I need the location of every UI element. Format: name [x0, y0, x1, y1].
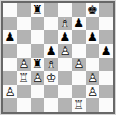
- square-h4[interactable]: [99, 58, 113, 72]
- piece-glyph-outline: ♙: [31, 71, 45, 85]
- square-h6[interactable]: [99, 30, 113, 44]
- piece-bP-a6[interactable]: ♟: [3, 30, 17, 44]
- square-g4[interactable]: [86, 58, 100, 72]
- square-b6[interactable]: [17, 30, 31, 44]
- piece-wR-b3[interactable]: ♜♖: [17, 71, 31, 85]
- square-f4[interactable]: ♟♙: [72, 58, 86, 72]
- square-a8[interactable]: [3, 3, 17, 17]
- piece-wP-c3[interactable]: ♟♙: [31, 71, 45, 85]
- square-b3[interactable]: ♜♖: [17, 71, 31, 85]
- square-d3[interactable]: ♚♔: [44, 71, 58, 85]
- piece-wP-f4[interactable]: ♟♙: [72, 58, 86, 72]
- piece-glyph-solid: ♜: [31, 3, 45, 17]
- square-d5[interactable]: ♟: [44, 44, 58, 58]
- square-c6[interactable]: [31, 30, 45, 44]
- chess-diagram: ♜♚♝♗♟♟♟♟♟♟♙♟♟♙♜♝♗♟♙♜♖♟♙♚♔♟♙♟♙♟♙♜♖: [0, 0, 116, 115]
- square-a2[interactable]: ♟♙: [3, 85, 17, 99]
- piece-glyph-outline: ♙: [17, 58, 31, 72]
- square-g2[interactable]: ♟♙: [86, 85, 100, 99]
- piece-glyph-solid: ♚: [86, 3, 100, 17]
- piece-bP-e6[interactable]: ♟: [58, 30, 72, 44]
- square-f8[interactable]: [72, 3, 86, 17]
- piece-wP-b4[interactable]: ♟♙: [17, 58, 31, 72]
- piece-bR-c8[interactable]: ♜: [31, 3, 45, 17]
- square-g6[interactable]: ♟: [86, 30, 100, 44]
- square-c3[interactable]: ♟♙: [31, 71, 45, 85]
- piece-glyph-solid: ♟: [44, 44, 58, 58]
- piece-bR-c4[interactable]: ♜: [31, 58, 45, 72]
- board-frame: ♜♚♝♗♟♟♟♟♟♟♙♟♟♙♜♝♗♟♙♜♖♟♙♚♔♟♙♟♙♟♙♜♖: [0, 0, 116, 115]
- square-f5[interactable]: [72, 44, 86, 58]
- piece-wR-f1[interactable]: ♜♖: [72, 98, 86, 112]
- piece-glyph-outline: ♙: [58, 44, 72, 58]
- piece-wB-d4[interactable]: ♝♗: [44, 58, 58, 72]
- board-border: ♜♚♝♗♟♟♟♟♟♟♙♟♟♙♜♝♗♟♙♜♖♟♙♚♔♟♙♟♙♟♙♜♖: [1, 1, 115, 114]
- square-c2[interactable]: [31, 85, 45, 99]
- piece-glyph-outline: ♖: [17, 71, 31, 85]
- square-a6[interactable]: ♟: [3, 30, 17, 44]
- square-e8[interactable]: [58, 3, 72, 17]
- piece-glyph-solid: ♟: [72, 17, 86, 31]
- square-b2[interactable]: [17, 85, 31, 99]
- piece-glyph-outline: ♖: [72, 98, 86, 112]
- piece-bP-h5[interactable]: ♟: [99, 44, 113, 58]
- square-c7[interactable]: [31, 17, 45, 31]
- piece-wP-a2[interactable]: ♟♙: [3, 85, 17, 99]
- piece-glyph-solid: ♟: [58, 30, 72, 44]
- square-c1[interactable]: [31, 98, 45, 112]
- square-a7[interactable]: [3, 17, 17, 31]
- square-g3[interactable]: ♟♙: [86, 71, 100, 85]
- square-b1[interactable]: [17, 98, 31, 112]
- square-f1[interactable]: ♜♖: [72, 98, 86, 112]
- piece-bP-d5[interactable]: ♟: [44, 44, 58, 58]
- square-e6[interactable]: ♟: [58, 30, 72, 44]
- piece-glyph-outline: ♔: [44, 71, 58, 85]
- square-d1[interactable]: [44, 98, 58, 112]
- square-d2[interactable]: [44, 85, 58, 99]
- piece-glyph-outline: ♗: [58, 17, 72, 31]
- piece-glyph-solid: ♟: [3, 30, 17, 44]
- piece-bP-f7[interactable]: ♟: [72, 17, 86, 31]
- piece-wP-e5[interactable]: ♟♙: [58, 44, 72, 58]
- square-h5[interactable]: ♟: [99, 44, 113, 58]
- square-a4[interactable]: [3, 58, 17, 72]
- square-e2[interactable]: [58, 85, 72, 99]
- square-g8[interactable]: ♚: [86, 3, 100, 17]
- piece-wK-d3[interactable]: ♚♔: [44, 71, 58, 85]
- piece-wP-g3[interactable]: ♟♙: [86, 71, 100, 85]
- square-h7[interactable]: [99, 17, 113, 31]
- piece-wP-g2[interactable]: ♟♙: [86, 85, 100, 99]
- square-f2[interactable]: [72, 85, 86, 99]
- piece-glyph-outline: ♙: [86, 71, 100, 85]
- chess-board: ♜♚♝♗♟♟♟♟♟♟♙♟♟♙♜♝♗♟♙♜♖♟♙♚♔♟♙♟♙♟♙♜♖: [3, 3, 113, 112]
- piece-glyph-outline: ♗: [44, 58, 58, 72]
- square-b7[interactable]: [17, 17, 31, 31]
- piece-glyph-outline: ♙: [86, 85, 100, 99]
- square-g5[interactable]: [86, 44, 100, 58]
- piece-glyph-outline: ♙: [72, 58, 86, 72]
- square-c8[interactable]: ♜: [31, 3, 45, 17]
- piece-wB-e7[interactable]: ♝♗: [58, 17, 72, 31]
- piece-bK-g8[interactable]: ♚: [86, 3, 100, 17]
- square-e4[interactable]: [58, 58, 72, 72]
- square-c4[interactable]: ♜: [31, 58, 45, 72]
- square-h8[interactable]: [99, 3, 113, 17]
- square-a3[interactable]: [3, 71, 17, 85]
- square-e7[interactable]: ♝♗: [58, 17, 72, 31]
- square-d7[interactable]: [44, 17, 58, 31]
- square-d6[interactable]: [44, 30, 58, 44]
- piece-glyph-outline: ♙: [3, 85, 17, 99]
- piece-glyph-solid: ♟: [99, 44, 113, 58]
- square-d4[interactable]: ♝♗: [44, 58, 58, 72]
- square-g7[interactable]: [86, 17, 100, 31]
- square-a1[interactable]: [3, 98, 17, 112]
- square-f3[interactable]: [72, 71, 86, 85]
- square-h1[interactable]: [99, 98, 113, 112]
- square-a5[interactable]: [3, 44, 17, 58]
- piece-glyph-solid: ♟: [86, 30, 100, 44]
- square-h2[interactable]: [99, 85, 113, 99]
- square-g1[interactable]: [86, 98, 100, 112]
- square-f6[interactable]: [72, 30, 86, 44]
- square-b5[interactable]: [17, 44, 31, 58]
- piece-bP-g6[interactable]: ♟: [86, 30, 100, 44]
- square-d8[interactable]: [44, 3, 58, 17]
- square-f7[interactable]: ♟: [72, 17, 86, 31]
- square-e5[interactable]: ♟♙: [58, 44, 72, 58]
- square-h3[interactable]: [99, 71, 113, 85]
- square-b8[interactable]: [17, 3, 31, 17]
- square-e1[interactable]: [58, 98, 72, 112]
- square-c5[interactable]: [31, 44, 45, 58]
- piece-glyph-solid: ♜: [31, 58, 45, 72]
- square-e3[interactable]: [58, 71, 72, 85]
- square-b4[interactable]: ♟♙: [17, 58, 31, 72]
